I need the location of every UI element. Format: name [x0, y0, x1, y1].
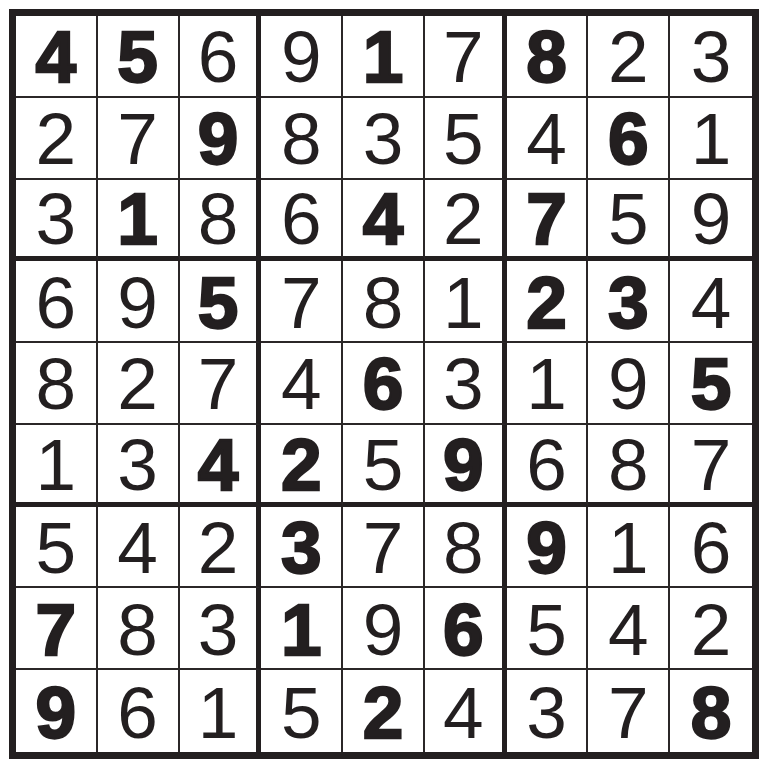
- cell-r4c3[interactable]: 5: [180, 261, 262, 343]
- cell-r8c7[interactable]: 5: [507, 588, 589, 670]
- cell-r5c7[interactable]: 1: [507, 343, 589, 425]
- cell-r5c6[interactable]: 3: [425, 343, 507, 425]
- cell-r3c6[interactable]: 2: [425, 180, 507, 262]
- sudoku-board: 4569178232798354613186427596957812348274…: [9, 9, 759, 759]
- cell-r3c5[interactable]: 4: [343, 180, 425, 262]
- cell-r8c2[interactable]: 8: [98, 588, 180, 670]
- cell-r9c4[interactable]: 5: [261, 670, 343, 752]
- cell-r9c1[interactable]: 9: [16, 670, 98, 752]
- cell-r5c8[interactable]: 9: [588, 343, 670, 425]
- cell-r5c3[interactable]: 7: [180, 343, 262, 425]
- cell-r8c1[interactable]: 7: [16, 588, 98, 670]
- cell-r9c5[interactable]: 2: [343, 670, 425, 752]
- cell-r4c7[interactable]: 2: [507, 261, 589, 343]
- cell-r3c9[interactable]: 9: [670, 180, 752, 262]
- cell-r7c3[interactable]: 2: [180, 507, 262, 589]
- cell-r2c1[interactable]: 2: [16, 98, 98, 180]
- cell-r6c8[interactable]: 8: [588, 425, 670, 507]
- cell-r4c2[interactable]: 9: [98, 261, 180, 343]
- cell-r9c8[interactable]: 7: [588, 670, 670, 752]
- cell-r9c3[interactable]: 1: [180, 670, 262, 752]
- cell-r9c6[interactable]: 4: [425, 670, 507, 752]
- cell-r3c8[interactable]: 5: [588, 180, 670, 262]
- cell-r2c5[interactable]: 3: [343, 98, 425, 180]
- cell-r2c8[interactable]: 6: [588, 98, 670, 180]
- cell-r6c5[interactable]: 5: [343, 425, 425, 507]
- cell-r7c4[interactable]: 3: [261, 507, 343, 589]
- cell-r3c7[interactable]: 7: [507, 180, 589, 262]
- cell-r7c5[interactable]: 7: [343, 507, 425, 589]
- cell-r3c1[interactable]: 3: [16, 180, 98, 262]
- cell-r2c9[interactable]: 1: [670, 98, 752, 180]
- cell-r1c4[interactable]: 9: [261, 16, 343, 98]
- cell-r3c2[interactable]: 1: [98, 180, 180, 262]
- cell-r8c6[interactable]: 6: [425, 588, 507, 670]
- cell-r1c1[interactable]: 4: [16, 16, 98, 98]
- cell-r9c2[interactable]: 6: [98, 670, 180, 752]
- cell-r8c8[interactable]: 4: [588, 588, 670, 670]
- cell-r6c7[interactable]: 6: [507, 425, 589, 507]
- cell-r9c7[interactable]: 3: [507, 670, 589, 752]
- cell-r7c6[interactable]: 8: [425, 507, 507, 589]
- cell-r5c9[interactable]: 5: [670, 343, 752, 425]
- cell-r1c5[interactable]: 1: [343, 16, 425, 98]
- cell-r3c3[interactable]: 8: [180, 180, 262, 262]
- cell-r4c4[interactable]: 7: [261, 261, 343, 343]
- cell-r8c5[interactable]: 9: [343, 588, 425, 670]
- cell-r1c3[interactable]: 6: [180, 16, 262, 98]
- cell-r8c4[interactable]: 1: [261, 588, 343, 670]
- cell-r2c2[interactable]: 7: [98, 98, 180, 180]
- cell-r1c6[interactable]: 7: [425, 16, 507, 98]
- cell-r7c8[interactable]: 1: [588, 507, 670, 589]
- cell-r6c3[interactable]: 4: [180, 425, 262, 507]
- cell-r5c1[interactable]: 8: [16, 343, 98, 425]
- cell-r4c9[interactable]: 4: [670, 261, 752, 343]
- cell-r2c3[interactable]: 9: [180, 98, 262, 180]
- cell-r2c7[interactable]: 4: [507, 98, 589, 180]
- cell-r5c5[interactable]: 6: [343, 343, 425, 425]
- cell-r4c1[interactable]: 6: [16, 261, 98, 343]
- cell-r6c2[interactable]: 3: [98, 425, 180, 507]
- cell-r7c2[interactable]: 4: [98, 507, 180, 589]
- cell-r7c7[interactable]: 9: [507, 507, 589, 589]
- cell-r9c9[interactable]: 8: [670, 670, 752, 752]
- cell-r5c2[interactable]: 2: [98, 343, 180, 425]
- cell-r7c1[interactable]: 5: [16, 507, 98, 589]
- cell-r6c4[interactable]: 2: [261, 425, 343, 507]
- cell-r3c4[interactable]: 6: [261, 180, 343, 262]
- cell-r1c7[interactable]: 8: [507, 16, 589, 98]
- cell-r4c8[interactable]: 3: [588, 261, 670, 343]
- cell-r2c4[interactable]: 8: [261, 98, 343, 180]
- cell-r8c3[interactable]: 3: [180, 588, 262, 670]
- cell-r6c6[interactable]: 9: [425, 425, 507, 507]
- cell-r2c6[interactable]: 5: [425, 98, 507, 180]
- cell-r4c5[interactable]: 8: [343, 261, 425, 343]
- cell-r5c4[interactable]: 4: [261, 343, 343, 425]
- cell-r1c9[interactable]: 3: [670, 16, 752, 98]
- cell-r6c1[interactable]: 1: [16, 425, 98, 507]
- cell-r4c6[interactable]: 1: [425, 261, 507, 343]
- cell-r1c2[interactable]: 5: [98, 16, 180, 98]
- cell-r1c8[interactable]: 2: [588, 16, 670, 98]
- cell-r7c9[interactable]: 6: [670, 507, 752, 589]
- cell-r6c9[interactable]: 7: [670, 425, 752, 507]
- sudoku-page: 4569178232798354613186427596957812348274…: [0, 0, 768, 768]
- cell-r8c9[interactable]: 2: [670, 588, 752, 670]
